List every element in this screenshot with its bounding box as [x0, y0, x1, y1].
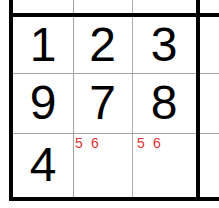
- box-border-bottom: [9, 197, 219, 201]
- box-border-right: [196, 0, 200, 201]
- pencil-mark-6: 6: [153, 136, 161, 150]
- cell-value: 2: [89, 21, 116, 69]
- sudoku-box: 1 2 3 9 7 8 4 5 6 5 6: [13, 17, 196, 197]
- cell-value: 9: [30, 79, 57, 127]
- cell-r1c1[interactable]: 1: [13, 17, 73, 73]
- cell-value: 4: [30, 141, 57, 189]
- pencil-mark-6: 6: [91, 136, 99, 150]
- cell-r2c2[interactable]: 7: [73, 73, 132, 133]
- cell-r2c3[interactable]: 8: [132, 73, 196, 133]
- cell-value: 3: [151, 21, 178, 69]
- cell-r3c1[interactable]: 4: [13, 133, 73, 197]
- cell-r3c3[interactable]: 5 6: [132, 133, 196, 197]
- pencil-mark-5: 5: [75, 136, 83, 150]
- cell-r1c3[interactable]: 3: [132, 17, 196, 73]
- sudoku-board: 1 2 3 9 7 8 4 5 6 5 6: [0, 0, 219, 208]
- cell-value: 1: [30, 21, 57, 69]
- cell-value: 8: [151, 79, 178, 127]
- cell-r2c1[interactable]: 9: [13, 73, 73, 133]
- pencil-mark-5: 5: [137, 136, 145, 150]
- cell-value: 7: [89, 79, 116, 127]
- cell-r1c2[interactable]: 2: [73, 17, 132, 73]
- cell-r3c2[interactable]: 5 6: [73, 133, 132, 197]
